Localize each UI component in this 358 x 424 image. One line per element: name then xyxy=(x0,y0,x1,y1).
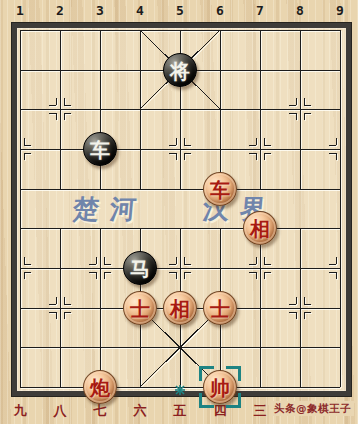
selection-corner-tr xyxy=(226,366,241,381)
top-file-label-6: 6 xyxy=(209,3,231,18)
selection-corner-bl xyxy=(199,393,214,408)
top-file-label-5: 5 xyxy=(169,3,191,18)
top-file-label-9: 9 xyxy=(329,3,351,18)
red-cannon[interactable]: 炮 xyxy=(83,370,117,404)
black-chariot[interactable]: 车 xyxy=(83,132,117,166)
red-advisor-left[interactable]: 士 xyxy=(123,291,157,325)
red-elephant-center[interactable]: 相 xyxy=(163,291,197,325)
bottom-file-label-3: 七 xyxy=(89,402,111,420)
selection-corner-tl xyxy=(199,366,214,381)
bottom-file-label-5: 五 xyxy=(169,402,191,420)
bottom-file-label-1: 九 xyxy=(9,402,31,420)
bottom-file-label-4: 六 xyxy=(129,402,151,420)
move-from-marker xyxy=(174,381,186,393)
top-file-label-8: 8 xyxy=(289,3,311,18)
top-file-label-3: 3 xyxy=(89,3,111,18)
selection-marker xyxy=(199,366,241,408)
red-advisor-right[interactable]: 士 xyxy=(203,291,237,325)
top-file-label-4: 4 xyxy=(129,3,151,18)
watermark: 头条@象棋王子 xyxy=(271,401,354,416)
red-elephant-right[interactable]: 相 xyxy=(243,211,277,245)
river-label-left: 楚河 xyxy=(71,192,148,227)
red-chariot[interactable]: 车 xyxy=(203,172,237,206)
selection-corner-br xyxy=(226,393,241,408)
top-file-label-7: 7 xyxy=(249,3,271,18)
top-file-label-1: 1 xyxy=(9,3,31,18)
bottom-file-label-2: 八 xyxy=(49,402,71,420)
black-horse[interactable]: 马 xyxy=(123,251,157,285)
top-file-label-2: 2 xyxy=(49,3,71,18)
xiangqi-app: 123456789 楚河 汉界 将车车相马士相士炮帅 九八七六五四三二一 头条@… xyxy=(0,0,358,424)
black-general[interactable]: 将 xyxy=(163,53,197,87)
bottom-file-label-7: 三 xyxy=(249,402,271,420)
